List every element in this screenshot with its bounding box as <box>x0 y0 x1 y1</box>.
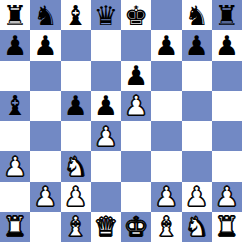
piece-white-pawn[interactable]: ♟ <box>64 183 88 210</box>
piece-black-rook[interactable]: ♜ <box>215 2 239 29</box>
square-d7[interactable] <box>91 30 121 60</box>
chess-board: ♜♞♝♛♚♞♜♟♟♟♟♟♟♝♟♟♟♟♟♞♟♟♟♟♟♜♝♛♚♝♞♜ <box>0 0 242 242</box>
square-a4[interactable] <box>0 121 30 151</box>
piece-black-rook[interactable]: ♜ <box>3 2 27 29</box>
piece-white-pawn[interactable]: ♟ <box>154 183 178 210</box>
square-e6[interactable]: ♟ <box>121 61 151 91</box>
piece-white-pawn[interactable]: ♟ <box>94 123 118 150</box>
square-a2[interactable] <box>0 182 30 212</box>
square-h3[interactable] <box>212 151 242 181</box>
piece-white-rook[interactable]: ♜ <box>3 213 27 240</box>
piece-black-pawn[interactable]: ♟ <box>154 32 178 59</box>
square-c6[interactable] <box>61 61 91 91</box>
piece-white-rook[interactable]: ♜ <box>215 213 239 240</box>
square-e4[interactable] <box>121 121 151 151</box>
square-b7[interactable]: ♟ <box>30 30 60 60</box>
piece-white-king[interactable]: ♚ <box>124 213 148 240</box>
square-f3[interactable] <box>151 151 181 181</box>
square-d4[interactable]: ♟ <box>91 121 121 151</box>
piece-black-knight[interactable]: ♞ <box>185 2 209 29</box>
square-g8[interactable]: ♞ <box>182 0 212 30</box>
square-a5[interactable]: ♝ <box>0 91 30 121</box>
square-g4[interactable] <box>182 121 212 151</box>
piece-black-pawn[interactable]: ♟ <box>33 32 57 59</box>
square-b1[interactable] <box>30 212 60 242</box>
square-b5[interactable] <box>30 91 60 121</box>
square-h8[interactable]: ♜ <box>212 0 242 30</box>
piece-white-pawn[interactable]: ♟ <box>33 183 57 210</box>
square-h7[interactable]: ♟ <box>212 30 242 60</box>
square-c5[interactable]: ♟ <box>61 91 91 121</box>
piece-black-pawn[interactable]: ♟ <box>64 92 88 119</box>
square-g3[interactable] <box>182 151 212 181</box>
square-b8[interactable]: ♞ <box>30 0 60 30</box>
square-d6[interactable] <box>91 61 121 91</box>
square-e1[interactable]: ♚ <box>121 212 151 242</box>
piece-black-knight[interactable]: ♞ <box>33 2 57 29</box>
piece-white-knight[interactable]: ♞ <box>185 213 209 240</box>
square-f1[interactable]: ♝ <box>151 212 181 242</box>
piece-white-pawn[interactable]: ♟ <box>124 92 148 119</box>
square-c7[interactable] <box>61 30 91 60</box>
square-g6[interactable] <box>182 61 212 91</box>
piece-white-pawn[interactable]: ♟ <box>215 183 239 210</box>
square-f6[interactable] <box>151 61 181 91</box>
square-f5[interactable] <box>151 91 181 121</box>
square-b2[interactable]: ♟ <box>30 182 60 212</box>
square-c4[interactable] <box>61 121 91 151</box>
piece-black-pawn[interactable]: ♟ <box>124 62 148 89</box>
piece-black-king[interactable]: ♚ <box>124 2 148 29</box>
square-c1[interactable]: ♝ <box>61 212 91 242</box>
square-f7[interactable]: ♟ <box>151 30 181 60</box>
square-f8[interactable] <box>151 0 181 30</box>
square-d3[interactable] <box>91 151 121 181</box>
square-h4[interactable] <box>212 121 242 151</box>
square-g2[interactable]: ♟ <box>182 182 212 212</box>
square-d2[interactable] <box>91 182 121 212</box>
piece-black-queen[interactable]: ♛ <box>94 2 118 29</box>
piece-black-pawn[interactable]: ♟ <box>215 32 239 59</box>
square-h6[interactable] <box>212 61 242 91</box>
piece-white-queen[interactable]: ♛ <box>94 213 118 240</box>
square-c2[interactable]: ♟ <box>61 182 91 212</box>
square-g7[interactable]: ♟ <box>182 30 212 60</box>
square-f2[interactable]: ♟ <box>151 182 181 212</box>
square-e3[interactable] <box>121 151 151 181</box>
piece-white-pawn[interactable]: ♟ <box>3 153 27 180</box>
square-b3[interactable] <box>30 151 60 181</box>
piece-black-pawn[interactable]: ♟ <box>185 32 209 59</box>
square-e5[interactable]: ♟ <box>121 91 151 121</box>
piece-white-knight[interactable]: ♞ <box>64 153 88 180</box>
piece-black-pawn[interactable]: ♟ <box>3 32 27 59</box>
square-a6[interactable] <box>0 61 30 91</box>
square-d8[interactable]: ♛ <box>91 0 121 30</box>
square-g5[interactable] <box>182 91 212 121</box>
square-g1[interactable]: ♞ <box>182 212 212 242</box>
square-a1[interactable]: ♜ <box>0 212 30 242</box>
square-e7[interactable] <box>121 30 151 60</box>
square-b4[interactable] <box>30 121 60 151</box>
square-d1[interactable]: ♛ <box>91 212 121 242</box>
square-a3[interactable]: ♟ <box>0 151 30 181</box>
piece-white-bishop[interactable]: ♝ <box>154 213 178 240</box>
square-b6[interactable] <box>30 61 60 91</box>
piece-black-bishop[interactable]: ♝ <box>3 92 27 119</box>
square-e2[interactable] <box>121 182 151 212</box>
square-h2[interactable]: ♟ <box>212 182 242 212</box>
square-a8[interactable]: ♜ <box>0 0 30 30</box>
square-h5[interactable] <box>212 91 242 121</box>
piece-black-bishop[interactable]: ♝ <box>64 2 88 29</box>
piece-white-bishop[interactable]: ♝ <box>64 213 88 240</box>
square-c3[interactable]: ♞ <box>61 151 91 181</box>
square-e8[interactable]: ♚ <box>121 0 151 30</box>
square-a7[interactable]: ♟ <box>0 30 30 60</box>
square-f4[interactable] <box>151 121 181 151</box>
piece-black-pawn[interactable]: ♟ <box>94 92 118 119</box>
square-c8[interactable]: ♝ <box>61 0 91 30</box>
square-h1[interactable]: ♜ <box>212 212 242 242</box>
piece-white-pawn[interactable]: ♟ <box>185 183 209 210</box>
square-d5[interactable]: ♟ <box>91 91 121 121</box>
